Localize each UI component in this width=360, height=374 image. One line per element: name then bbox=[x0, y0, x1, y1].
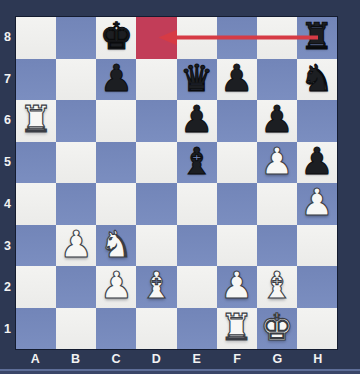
square-b1[interactable] bbox=[56, 308, 96, 350]
square-h1[interactable] bbox=[297, 308, 337, 350]
piece-white-pawn[interactable]: ♟ bbox=[100, 267, 133, 304]
square-d6[interactable] bbox=[136, 100, 176, 142]
piece-white-king[interactable]: ♚ bbox=[260, 309, 293, 346]
file-label-e: E bbox=[177, 350, 217, 367]
rank-label-5: 5 bbox=[0, 141, 15, 183]
square-g2[interactable]: ♝ bbox=[257, 266, 297, 308]
piece-white-pawn[interactable]: ♟ bbox=[220, 267, 253, 304]
square-g8[interactable] bbox=[257, 17, 297, 59]
square-g5[interactable]: ♟ bbox=[257, 142, 297, 184]
file-labels: ABCDEFGH bbox=[15, 350, 338, 367]
square-b5[interactable] bbox=[56, 142, 96, 184]
file-label-h: H bbox=[298, 350, 338, 367]
file-label-a: A bbox=[15, 350, 55, 367]
square-h6[interactable] bbox=[297, 100, 337, 142]
square-d7[interactable] bbox=[136, 59, 176, 101]
chess-board[interactable]: ♚♜♟♛♟♞♜♟♟♝♟♟♟♟♞♟♝♟♝♜♚ bbox=[15, 16, 338, 350]
square-f1[interactable]: ♜ bbox=[217, 308, 257, 350]
rank-label-7: 7 bbox=[0, 58, 15, 100]
square-b4[interactable] bbox=[56, 183, 96, 225]
square-e5[interactable]: ♝ bbox=[177, 142, 217, 184]
piece-black-rook[interactable]: ♜ bbox=[300, 18, 333, 55]
piece-white-pawn[interactable]: ♟ bbox=[300, 184, 333, 221]
square-f6[interactable] bbox=[217, 100, 257, 142]
square-f8[interactable] bbox=[217, 17, 257, 59]
square-d3[interactable] bbox=[136, 225, 176, 267]
square-c2[interactable]: ♟ bbox=[96, 266, 136, 308]
rank-labels: 87654321 bbox=[0, 16, 15, 350]
square-d8[interactable] bbox=[136, 17, 176, 59]
square-b2[interactable] bbox=[56, 266, 96, 308]
square-g1[interactable]: ♚ bbox=[257, 308, 297, 350]
piece-white-bishop[interactable]: ♝ bbox=[260, 267, 293, 304]
square-a2[interactable] bbox=[16, 266, 56, 308]
piece-black-bishop[interactable]: ♝ bbox=[180, 143, 213, 180]
piece-black-pawn[interactable]: ♟ bbox=[180, 101, 213, 138]
square-d1[interactable] bbox=[136, 308, 176, 350]
piece-black-pawn[interactable]: ♟ bbox=[100, 60, 133, 97]
file-label-g: G bbox=[257, 350, 297, 367]
piece-white-pawn[interactable]: ♟ bbox=[260, 143, 293, 180]
square-e4[interactable] bbox=[177, 183, 217, 225]
square-h7[interactable]: ♞ bbox=[297, 59, 337, 101]
square-h5[interactable]: ♟ bbox=[297, 142, 337, 184]
square-f7[interactable]: ♟ bbox=[217, 59, 257, 101]
square-c3[interactable]: ♞ bbox=[96, 225, 136, 267]
square-b3[interactable]: ♟ bbox=[56, 225, 96, 267]
square-d4[interactable] bbox=[136, 183, 176, 225]
square-f5[interactable] bbox=[217, 142, 257, 184]
square-c1[interactable] bbox=[96, 308, 136, 350]
square-e3[interactable] bbox=[177, 225, 217, 267]
file-label-f: F bbox=[217, 350, 257, 367]
square-b8[interactable] bbox=[56, 17, 96, 59]
square-a8[interactable] bbox=[16, 17, 56, 59]
square-d5[interactable] bbox=[136, 142, 176, 184]
rank-label-8: 8 bbox=[0, 16, 15, 58]
rank-label-2: 2 bbox=[0, 267, 15, 309]
square-e8[interactable] bbox=[177, 17, 217, 59]
square-a1[interactable] bbox=[16, 308, 56, 350]
rank-label-3: 3 bbox=[0, 225, 15, 267]
piece-white-rook[interactable]: ♜ bbox=[220, 309, 253, 346]
square-h3[interactable] bbox=[297, 225, 337, 267]
square-g3[interactable] bbox=[257, 225, 297, 267]
square-b7[interactable] bbox=[56, 59, 96, 101]
square-c4[interactable] bbox=[96, 183, 136, 225]
square-b6[interactable] bbox=[56, 100, 96, 142]
square-e2[interactable] bbox=[177, 266, 217, 308]
square-c5[interactable] bbox=[96, 142, 136, 184]
square-a4[interactable] bbox=[16, 183, 56, 225]
square-e1[interactable] bbox=[177, 308, 217, 350]
piece-black-pawn[interactable]: ♟ bbox=[300, 143, 333, 180]
piece-black-knight[interactable]: ♞ bbox=[300, 60, 333, 97]
square-c7[interactable]: ♟ bbox=[96, 59, 136, 101]
square-e6[interactable]: ♟ bbox=[177, 100, 217, 142]
piece-white-bishop[interactable]: ♝ bbox=[140, 267, 173, 304]
square-a6[interactable]: ♜ bbox=[16, 100, 56, 142]
rank-label-1: 1 bbox=[0, 308, 15, 350]
piece-white-pawn[interactable]: ♟ bbox=[60, 226, 93, 263]
square-h8[interactable]: ♜ bbox=[297, 17, 337, 59]
square-h2[interactable] bbox=[297, 266, 337, 308]
file-label-d: D bbox=[136, 350, 176, 367]
square-f4[interactable] bbox=[217, 183, 257, 225]
square-c8[interactable]: ♚ bbox=[96, 17, 136, 59]
square-f2[interactable]: ♟ bbox=[217, 266, 257, 308]
square-c6[interactable] bbox=[96, 100, 136, 142]
square-e7[interactable]: ♛ bbox=[177, 59, 217, 101]
square-a7[interactable] bbox=[16, 59, 56, 101]
rank-label-4: 4 bbox=[0, 183, 15, 225]
square-h4[interactable]: ♟ bbox=[297, 183, 337, 225]
square-f3[interactable] bbox=[217, 225, 257, 267]
chess-board-panel: 87654321 ♚♜♟♛♟♞♜♟♟♝♟♟♟♟♞♟♝♟♝♜♚ ABCDEFGH bbox=[0, 0, 360, 374]
square-d2[interactable]: ♝ bbox=[136, 266, 176, 308]
piece-white-knight[interactable]: ♞ bbox=[100, 226, 133, 263]
square-g7[interactable] bbox=[257, 59, 297, 101]
file-label-b: B bbox=[55, 350, 95, 367]
square-g4[interactable] bbox=[257, 183, 297, 225]
piece-black-pawn[interactable]: ♟ bbox=[220, 60, 253, 97]
piece-white-rook[interactable]: ♜ bbox=[19, 101, 52, 138]
piece-black-queen[interactable]: ♛ bbox=[180, 60, 213, 97]
square-a3[interactable] bbox=[16, 225, 56, 267]
piece-black-pawn[interactable]: ♟ bbox=[260, 101, 293, 138]
square-a5[interactable] bbox=[16, 142, 56, 184]
file-label-c: C bbox=[96, 350, 136, 367]
rank-label-6: 6 bbox=[0, 100, 15, 142]
piece-black-king[interactable]: ♚ bbox=[100, 18, 133, 55]
square-g6[interactable]: ♟ bbox=[257, 100, 297, 142]
